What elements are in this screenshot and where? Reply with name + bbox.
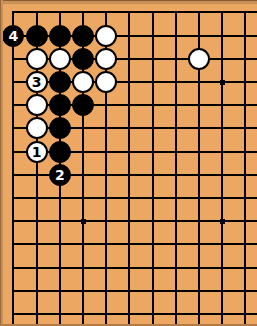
black-stone — [49, 25, 71, 47]
black-stone-move-2: 2 — [49, 164, 71, 186]
star-point — [220, 219, 225, 224]
move-number-label: 2 — [55, 168, 65, 182]
black-stone — [26, 25, 48, 47]
white-stone — [95, 48, 117, 70]
white-stone-move-3: 3 — [26, 71, 48, 93]
grid-line-horizontal — [12, 313, 257, 315]
move-number-label: 4 — [9, 29, 19, 43]
go-board[interactable]: 4312 — [0, 0, 257, 326]
star-point — [220, 80, 225, 85]
grid-line-horizontal — [12, 267, 257, 269]
white-stone — [95, 25, 117, 47]
white-stone — [188, 48, 210, 70]
black-stone-move-4: 4 — [2, 25, 24, 47]
white-stone — [72, 71, 94, 93]
board-edge-top — [0, 0, 257, 4]
white-stone — [95, 71, 117, 93]
go-diagram: 4312 — [0, 0, 257, 326]
black-stone — [72, 48, 94, 70]
white-stone — [26, 117, 48, 139]
black-stone — [49, 141, 71, 163]
black-stone — [49, 117, 71, 139]
grid-line-horizontal — [12, 11, 257, 13]
white-stone — [49, 48, 71, 70]
black-stone — [72, 94, 94, 116]
white-stone-move-1: 1 — [26, 141, 48, 163]
grid-line-horizontal — [12, 290, 257, 292]
white-stone — [26, 48, 48, 70]
black-stone — [49, 71, 71, 93]
star-point — [81, 219, 86, 224]
move-number-label: 3 — [32, 75, 42, 89]
black-stone — [72, 25, 94, 47]
grid-line-horizontal — [12, 243, 257, 245]
grid-line-horizontal — [12, 197, 257, 199]
white-stone — [26, 94, 48, 116]
board-edge-left — [0, 0, 3, 326]
move-number-label: 1 — [32, 145, 42, 159]
black-stone — [49, 94, 71, 116]
